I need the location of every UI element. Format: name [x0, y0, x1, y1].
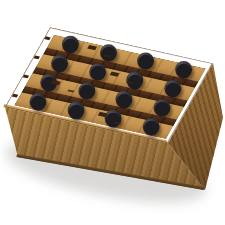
knob-piece: ● — [67, 102, 84, 119]
knob-piece: ● — [40, 74, 57, 91]
knob-piece: ● — [116, 91, 133, 108]
puzzle-box-photo: ●●●● ●●●● ●●●● ●●●● — [0, 0, 225, 225]
knob-piece: ● — [127, 72, 144, 89]
knob-piece: ● — [89, 63, 106, 80]
knob-piece: ● — [137, 53, 154, 70]
knob-piece: ● — [164, 80, 181, 97]
knob-piece: ● — [175, 61, 192, 78]
knob-piece: ● — [100, 44, 117, 61]
knob-piece: ● — [78, 82, 95, 99]
knob-piece: ● — [105, 110, 122, 127]
knob-piece: ● — [29, 93, 46, 110]
knob-piece: ● — [154, 99, 171, 116]
knob-piece: ● — [62, 36, 79, 53]
knob-piece: ● — [143, 118, 160, 135]
knob-piece: ● — [51, 55, 68, 72]
